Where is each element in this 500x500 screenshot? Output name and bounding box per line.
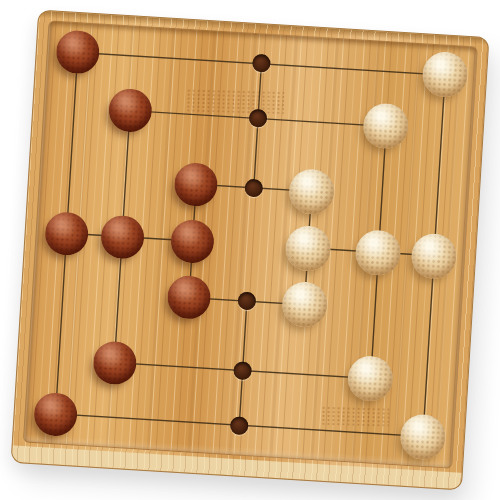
hole-d7[interactable] [252, 54, 271, 73]
hole-d6[interactable] [249, 109, 268, 128]
hole-d5[interactable] [244, 178, 263, 197]
dark-peg-b6[interactable] [107, 88, 153, 134]
hole-d1[interactable] [230, 416, 249, 435]
light-peg-f2[interactable] [347, 355, 395, 403]
light-peg-e4[interactable] [284, 224, 332, 272]
dark-peg-a7[interactable] [55, 30, 101, 76]
light-peg-f6[interactable] [362, 102, 410, 150]
dark-peg-c4[interactable] [170, 218, 216, 264]
hole-d2[interactable] [233, 361, 252, 380]
morris-board [11, 10, 490, 491]
light-peg-g7[interactable] [421, 51, 469, 99]
points-layer [24, 21, 477, 467]
hole-d3[interactable] [237, 292, 256, 311]
product-photo [0, 0, 500, 500]
dark-peg-b4[interactable] [99, 214, 145, 260]
light-peg-g4[interactable] [410, 232, 458, 280]
dark-peg-c3[interactable] [166, 275, 212, 321]
light-peg-e5[interactable] [288, 167, 336, 215]
dark-peg-a1[interactable] [33, 391, 79, 437]
light-peg-f4[interactable] [355, 229, 403, 277]
light-peg-g1[interactable] [399, 413, 447, 461]
board-surface [23, 20, 478, 468]
dark-peg-a4[interactable] [44, 211, 90, 257]
dark-peg-c5[interactable] [173, 161, 219, 207]
dark-peg-b2[interactable] [92, 340, 138, 386]
light-peg-e3[interactable] [281, 281, 329, 329]
